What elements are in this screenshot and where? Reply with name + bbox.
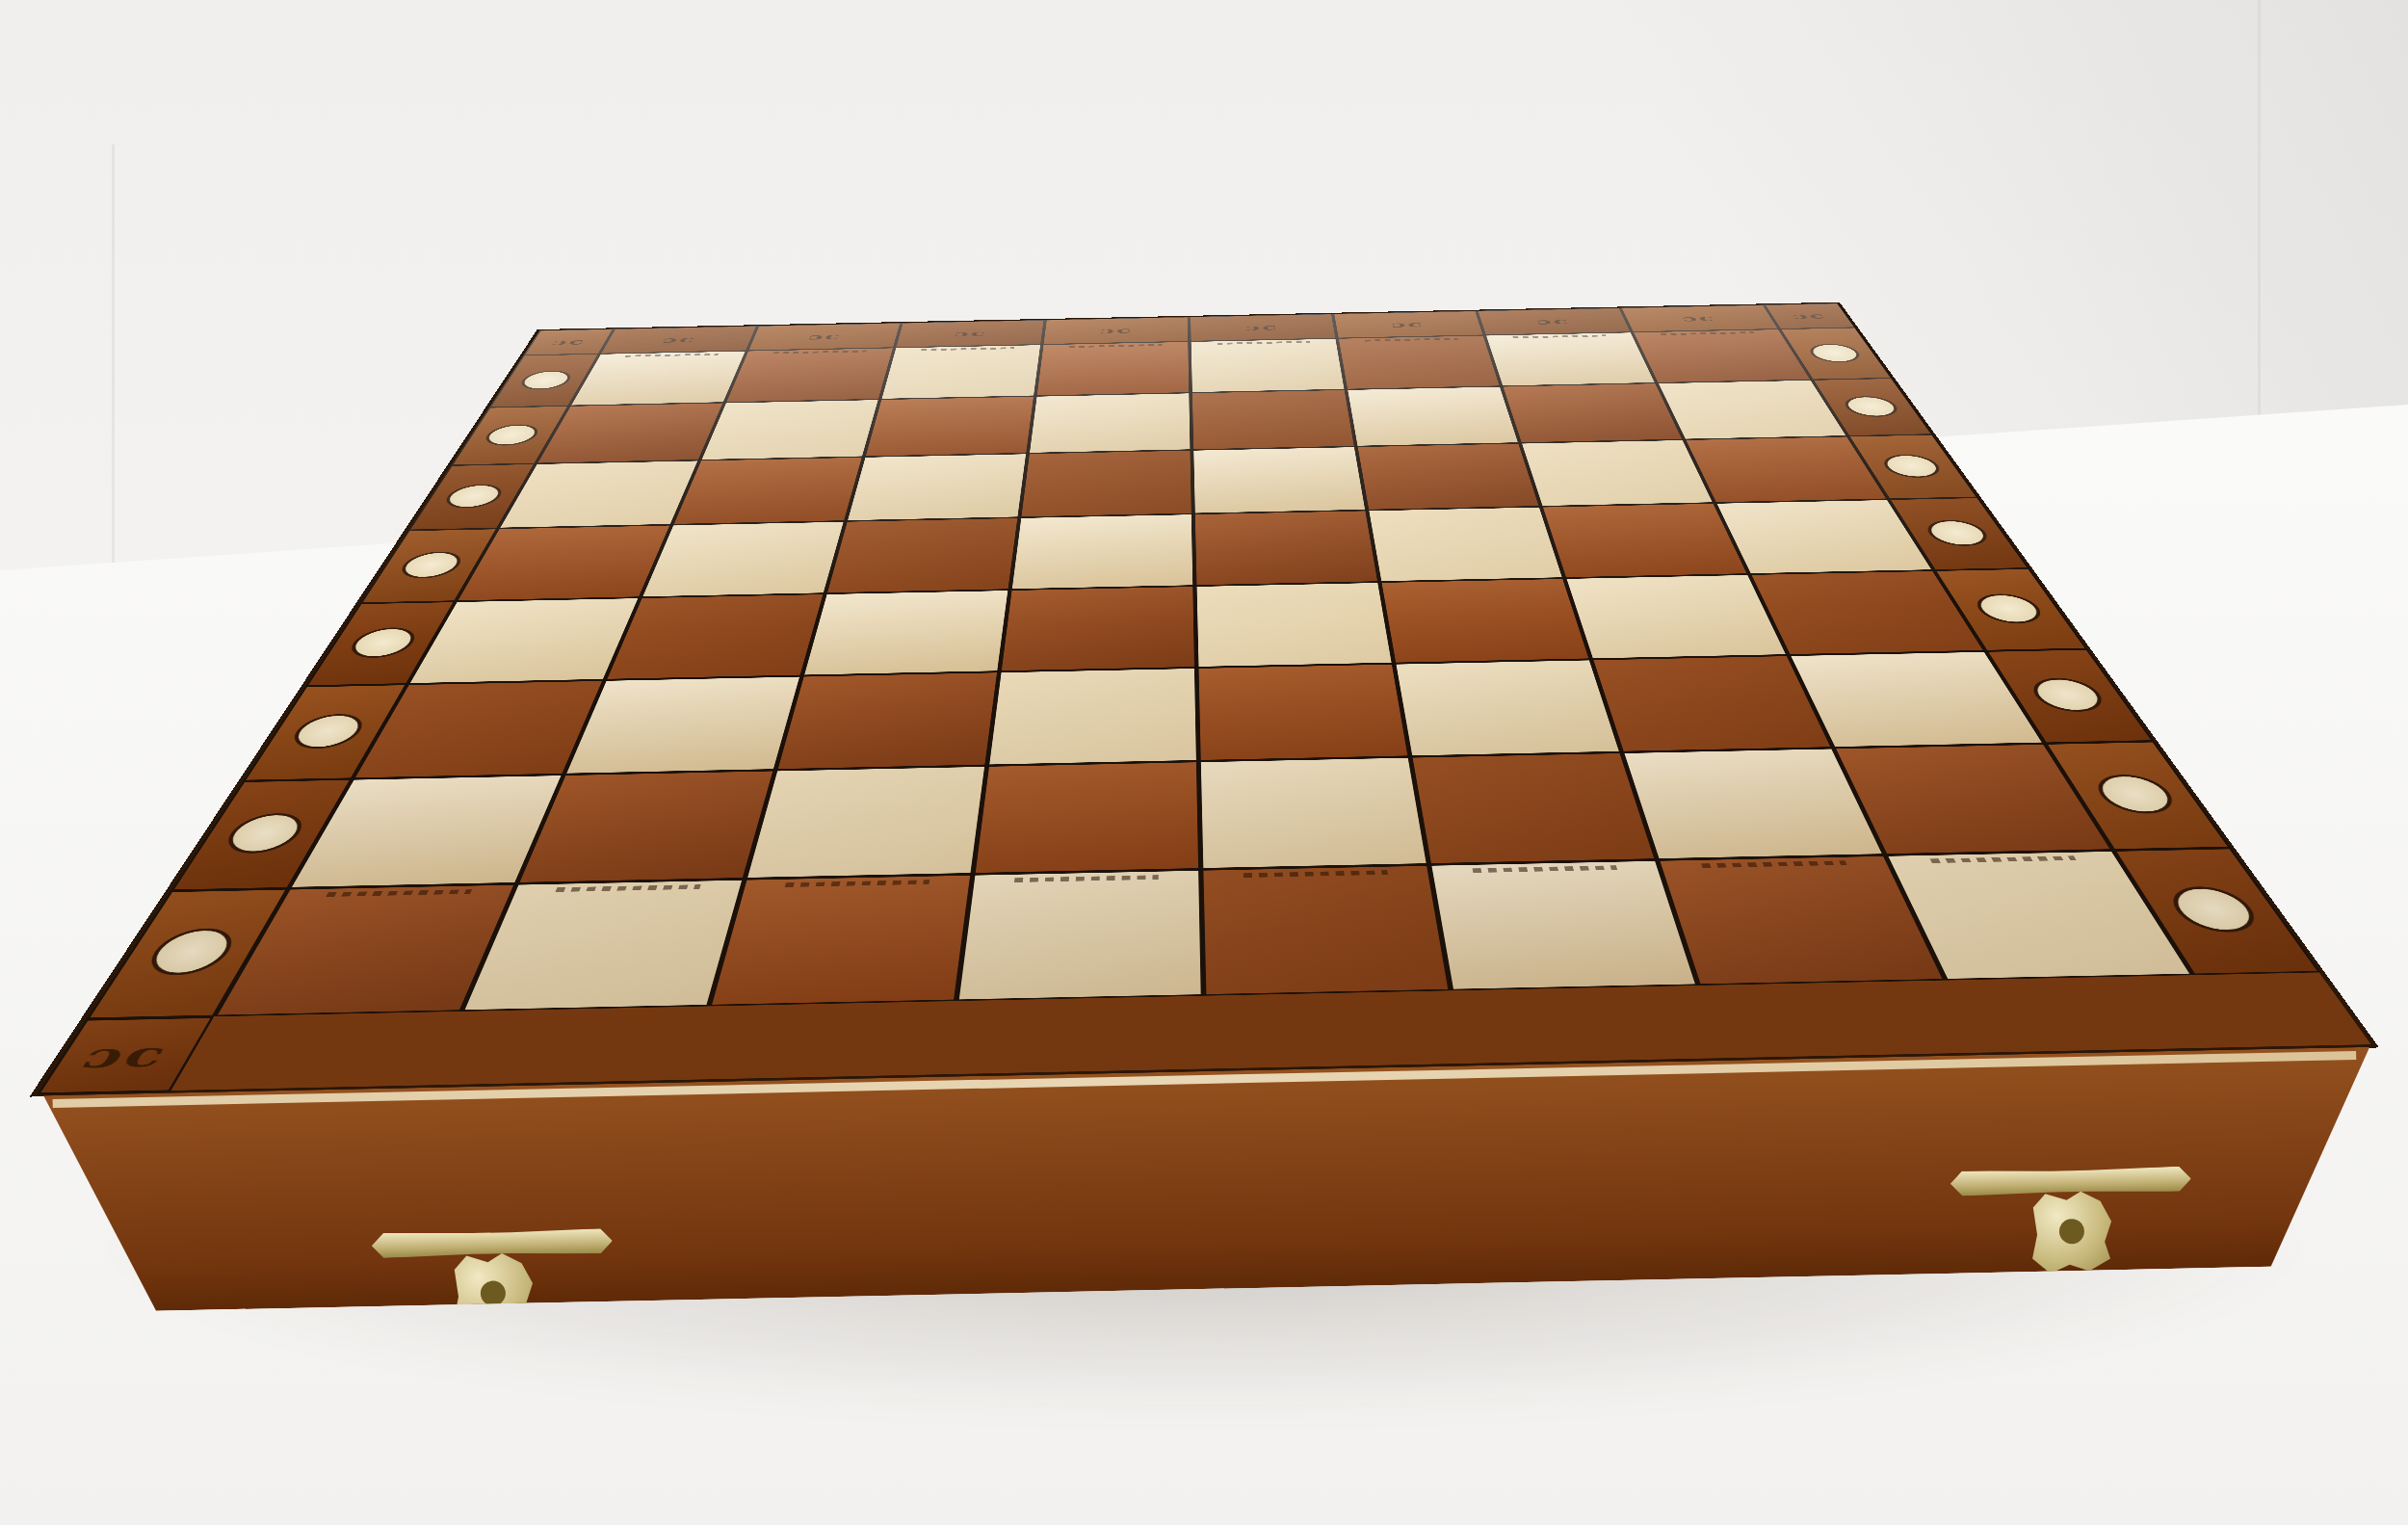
square-b3[interactable] (563, 676, 801, 775)
scroll-decor: c (678, 335, 698, 344)
border-top-cell: ɔc (1189, 314, 1337, 342)
rank-label-left-1 (140, 928, 243, 976)
square-b7[interactable] (699, 399, 879, 460)
square-d3[interactable] (987, 668, 1199, 766)
burn-mark (1930, 855, 2076, 863)
scene: ɔcɔcɔcɔcɔcɔcɔcɔcɔcɔcɔc (0, 0, 2408, 1525)
square-e1[interactable] (1201, 864, 1452, 995)
rank-label-left-3 (285, 713, 370, 749)
square-d4[interactable] (999, 586, 1196, 671)
chess-board: ɔcɔcɔcɔcɔcɔcɔcɔcɔcɔcɔc (0, 0, 2408, 1525)
border-corner-cell: ɔc (37, 1016, 214, 1094)
square-c8[interactable] (880, 345, 1042, 400)
square-g5[interactable] (1541, 503, 1749, 578)
square-f4[interactable] (1379, 578, 1591, 664)
square-e6[interactable] (1191, 446, 1367, 513)
scroll-decor: c (566, 338, 588, 347)
square-c7[interactable] (864, 396, 1035, 457)
square-c1[interactable] (709, 874, 973, 1006)
square-d6[interactable] (1019, 450, 1192, 517)
rank-label-left-5 (395, 551, 467, 579)
square-d5[interactable] (1010, 513, 1195, 590)
rank-label-left-8 (516, 370, 575, 390)
square-e8[interactable] (1190, 338, 1346, 393)
clasp-bar (372, 1228, 613, 1258)
square-a8[interactable] (569, 351, 747, 406)
scroll-decor: c (1262, 324, 1279, 331)
burn-mark (785, 880, 929, 887)
square-c4[interactable] (802, 590, 1010, 675)
board-top-face: ɔcɔcɔcɔcɔcɔcɔcɔcɔcɔcɔc (30, 302, 2379, 1097)
burn-mark (773, 350, 867, 354)
burn-mark (921, 347, 1013, 351)
rank-label-left-2 (218, 812, 311, 854)
burn-mark (1661, 331, 1754, 335)
burn-mark (1069, 344, 1162, 348)
clasp-tab (474, 1332, 514, 1351)
border-top-cell: ɔc (1477, 308, 1632, 335)
scroll-decor: ɔ (1100, 327, 1117, 334)
rank-label-right-6 (1877, 454, 1946, 478)
square-c2[interactable] (745, 766, 987, 880)
border-top-cell: ɔc (599, 326, 757, 354)
rank-label-left-6 (440, 484, 508, 509)
square-d1[interactable] (956, 869, 1204, 1001)
rank-label-left-4 (343, 627, 421, 659)
clasp-bar (1950, 1167, 2191, 1196)
square-f3[interactable] (1394, 659, 1622, 756)
rank-label-right-2 (2087, 774, 2183, 814)
square-d8[interactable] (1035, 341, 1191, 396)
burn-mark (1217, 341, 1310, 345)
square-f8[interactable] (1337, 335, 1502, 389)
rank-label-right-1 (2161, 885, 2266, 933)
square-d7[interactable] (1028, 393, 1191, 454)
burn-mark (625, 354, 719, 357)
scroll-decor: c (1552, 317, 1572, 325)
square-e5[interactable] (1193, 511, 1379, 587)
scroll-decor: c (970, 329, 988, 337)
scroll-decor: c (1116, 327, 1134, 334)
square-f1[interactable] (1429, 859, 1699, 990)
rank-label-left-7 (480, 424, 542, 446)
burn-mark (1473, 865, 1617, 873)
square-f6[interactable] (1356, 443, 1541, 511)
rank-label-right-7 (1839, 396, 1902, 417)
square-f2[interactable] (1410, 752, 1657, 865)
rank-label-right-4 (1969, 593, 2049, 624)
square-c6[interactable] (846, 454, 1028, 521)
scroll-decor: c (1406, 320, 1425, 328)
rank-label-right-3 (2024, 677, 2110, 712)
burn-mark (1513, 334, 1607, 338)
border-top-cell: ɔc (1620, 304, 1779, 331)
rank-label-right-5 (1921, 519, 1994, 546)
scroll-decor: c (1696, 314, 1717, 322)
square-g6[interactable] (1520, 439, 1714, 506)
border-top-cell: ɔc (895, 320, 1045, 348)
burn-mark (1014, 875, 1158, 882)
square-b6[interactable] (671, 457, 863, 525)
square-f7[interactable] (1346, 386, 1520, 446)
square-b8[interactable] (724, 348, 894, 403)
burn-mark (1365, 338, 1458, 342)
border-top-cell: ɔc (1042, 317, 1190, 345)
scroll-decor: ɔ (954, 329, 972, 337)
rank-label-right-8 (1805, 343, 1865, 362)
brass-clasp-left (372, 1228, 615, 1358)
square-c5[interactable] (825, 517, 1020, 593)
square-e4[interactable] (1194, 582, 1394, 668)
burn-mark (1243, 870, 1387, 878)
square-d2[interactable] (973, 761, 1201, 874)
square-e3[interactable] (1196, 664, 1410, 761)
square-g8[interactable] (1484, 332, 1657, 386)
square-b5[interactable] (641, 521, 846, 597)
scroll-decor: ɔ (1390, 321, 1408, 329)
border-top-cell: ɔc (747, 323, 902, 351)
square-f5[interactable] (1367, 507, 1564, 582)
board-grid: ɔcɔcɔcɔcɔcɔcɔcɔcɔcɔcɔc (38, 303, 2371, 1093)
burn-mark (327, 889, 472, 897)
square-g7[interactable] (1502, 383, 1685, 443)
border-top-cell: ɔc (1764, 303, 1855, 329)
brass-clasp-right (1950, 1167, 2194, 1297)
square-e7[interactable] (1191, 389, 1356, 450)
square-e2[interactable] (1198, 756, 1428, 869)
scroll-decor: c (824, 332, 843, 340)
square-b4[interactable] (605, 593, 825, 680)
burn-mark (556, 884, 700, 892)
clasp-tab (2053, 1271, 2093, 1289)
border-top-cell: ɔc (1333, 311, 1485, 339)
scroll-decor: ɔ (1245, 324, 1263, 331)
burn-mark (1701, 860, 1846, 868)
square-c3[interactable] (775, 671, 999, 770)
